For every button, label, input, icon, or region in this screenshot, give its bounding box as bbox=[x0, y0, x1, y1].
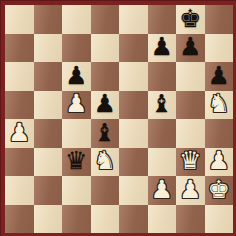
square-e7[interactable] bbox=[119, 34, 148, 63]
square-h8[interactable] bbox=[205, 5, 234, 34]
white-pawn: ♟ bbox=[208, 148, 230, 173]
square-f8[interactable] bbox=[148, 5, 177, 34]
white-pawn: ♟ bbox=[179, 177, 201, 202]
square-a7[interactable] bbox=[5, 34, 34, 63]
square-d5[interactable]: ♟ bbox=[91, 91, 120, 120]
square-c2[interactable] bbox=[62, 176, 91, 205]
square-b3[interactable] bbox=[34, 148, 63, 177]
square-g2[interactable]: ♟ bbox=[176, 176, 205, 205]
white-knight: ♞ bbox=[94, 148, 116, 173]
square-c4[interactable] bbox=[62, 119, 91, 148]
square-g1[interactable] bbox=[176, 205, 205, 234]
square-d6[interactable] bbox=[91, 62, 120, 91]
square-a3[interactable] bbox=[5, 148, 34, 177]
black-queen: ♛ bbox=[65, 148, 87, 173]
square-c8[interactable] bbox=[62, 5, 91, 34]
white-pawn: ♟ bbox=[151, 177, 173, 202]
square-b7[interactable] bbox=[34, 34, 63, 63]
square-g7[interactable]: ♟ bbox=[176, 34, 205, 63]
square-f3[interactable] bbox=[148, 148, 177, 177]
white-king: ♚ bbox=[208, 177, 230, 202]
square-h7[interactable] bbox=[205, 34, 234, 63]
black-pawn: ♟ bbox=[94, 91, 116, 116]
square-d1[interactable] bbox=[91, 205, 120, 234]
chess-board: ♚♟♟♟♟♟♟♝♞♟♝♛♞♛♟♟♟♚ bbox=[5, 5, 233, 233]
square-c6[interactable]: ♟ bbox=[62, 62, 91, 91]
square-f7[interactable]: ♟ bbox=[148, 34, 177, 63]
square-d8[interactable] bbox=[91, 5, 120, 34]
square-g8[interactable]: ♚ bbox=[176, 5, 205, 34]
square-a6[interactable] bbox=[5, 62, 34, 91]
square-b2[interactable] bbox=[34, 176, 63, 205]
square-f1[interactable] bbox=[148, 205, 177, 234]
square-b8[interactable] bbox=[34, 5, 63, 34]
square-g4[interactable] bbox=[176, 119, 205, 148]
square-d2[interactable] bbox=[91, 176, 120, 205]
square-h6[interactable]: ♟ bbox=[205, 62, 234, 91]
square-e3[interactable] bbox=[119, 148, 148, 177]
square-b5[interactable] bbox=[34, 91, 63, 120]
black-pawn: ♟ bbox=[65, 63, 87, 88]
square-a8[interactable] bbox=[5, 5, 34, 34]
square-a5[interactable] bbox=[5, 91, 34, 120]
square-a4[interactable]: ♟ bbox=[5, 119, 34, 148]
square-e8[interactable] bbox=[119, 5, 148, 34]
square-d7[interactable] bbox=[91, 34, 120, 63]
square-a1[interactable] bbox=[5, 205, 34, 234]
square-c5[interactable]: ♟ bbox=[62, 91, 91, 120]
square-g5[interactable] bbox=[176, 91, 205, 120]
black-pawn: ♟ bbox=[208, 63, 230, 88]
chess-board-frame: ♚♟♟♟♟♟♟♝♞♟♝♛♞♛♟♟♟♚ bbox=[0, 0, 236, 236]
square-e4[interactable] bbox=[119, 119, 148, 148]
square-h2[interactable]: ♚ bbox=[205, 176, 234, 205]
white-pawn: ♟ bbox=[65, 91, 87, 116]
square-b1[interactable] bbox=[34, 205, 63, 234]
square-e6[interactable] bbox=[119, 62, 148, 91]
square-g6[interactable] bbox=[176, 62, 205, 91]
black-bishop: ♝ bbox=[151, 91, 173, 116]
square-f5[interactable]: ♝ bbox=[148, 91, 177, 120]
square-f6[interactable] bbox=[148, 62, 177, 91]
white-queen: ♛ bbox=[179, 148, 201, 173]
black-king: ♚ bbox=[179, 6, 201, 31]
black-pawn: ♟ bbox=[179, 34, 201, 59]
black-bishop: ♝ bbox=[94, 120, 116, 145]
square-h4[interactable] bbox=[205, 119, 234, 148]
white-knight: ♞ bbox=[208, 91, 230, 116]
square-d3[interactable]: ♞ bbox=[91, 148, 120, 177]
square-b6[interactable] bbox=[34, 62, 63, 91]
square-d4[interactable]: ♝ bbox=[91, 119, 120, 148]
square-g3[interactable]: ♛ bbox=[176, 148, 205, 177]
square-h1[interactable] bbox=[205, 205, 234, 234]
square-e5[interactable] bbox=[119, 91, 148, 120]
black-pawn: ♟ bbox=[151, 34, 173, 59]
square-h3[interactable]: ♟ bbox=[205, 148, 234, 177]
square-b4[interactable] bbox=[34, 119, 63, 148]
square-c1[interactable] bbox=[62, 205, 91, 234]
square-a2[interactable] bbox=[5, 176, 34, 205]
square-c3[interactable]: ♛ bbox=[62, 148, 91, 177]
square-e1[interactable] bbox=[119, 205, 148, 234]
square-e2[interactable] bbox=[119, 176, 148, 205]
white-pawn: ♟ bbox=[8, 120, 30, 145]
square-h5[interactable]: ♞ bbox=[205, 91, 234, 120]
square-f4[interactable] bbox=[148, 119, 177, 148]
square-c7[interactable] bbox=[62, 34, 91, 63]
square-f2[interactable]: ♟ bbox=[148, 176, 177, 205]
